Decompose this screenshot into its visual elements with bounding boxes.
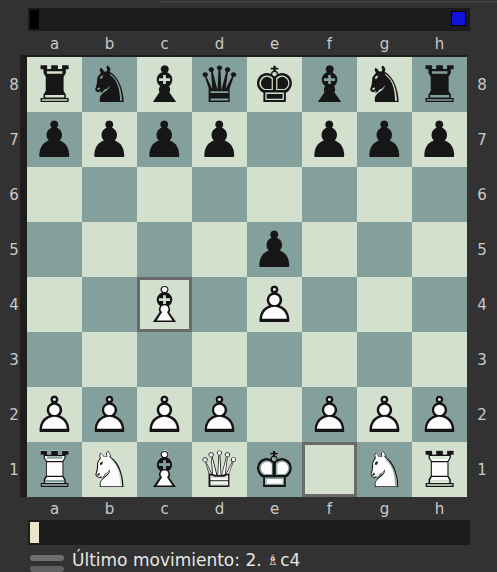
file-label-h: h: [412, 33, 467, 55]
square-a8[interactable]: ♜: [27, 57, 82, 112]
square-d2[interactable]: ♟♙: [192, 387, 247, 442]
square-b4[interactable]: [82, 277, 137, 332]
square-d1[interactable]: ♛♕: [192, 442, 247, 497]
square-e1[interactable]: ♚♔: [247, 442, 302, 497]
square-c2[interactable]: ♟♙: [137, 387, 192, 442]
file-label-h: h: [412, 498, 467, 520]
square-b1[interactable]: ♞♘: [82, 442, 137, 497]
white-pawn: ♟♙: [247, 277, 302, 332]
square-d5[interactable]: [192, 222, 247, 277]
bishop-glyph-icon: ♗: [267, 552, 280, 568]
square-h5[interactable]: [412, 222, 467, 277]
square-h2[interactable]: ♟♙: [412, 387, 467, 442]
rank-label-4: 4: [472, 277, 492, 332]
square-b7[interactable]: ♟: [82, 112, 137, 167]
status-bar: Último movimiento: 2. ♗ c4: [0, 548, 497, 572]
rank-label-8: 8: [472, 57, 492, 112]
black-knight: ♞: [82, 57, 137, 112]
white-pawn: ♟♙: [137, 387, 192, 442]
white-pawn: ♟♙: [302, 387, 357, 442]
square-e7[interactable]: [247, 112, 302, 167]
white-pawn: ♟♙: [27, 387, 82, 442]
file-label-e: e: [247, 498, 302, 520]
square-g2[interactable]: ♟♙: [357, 387, 412, 442]
square-d8[interactable]: ♛: [192, 57, 247, 112]
black-rook: ♜: [412, 57, 467, 112]
black-pawn: ♟: [302, 112, 357, 167]
rank-label-5: 5: [472, 222, 492, 277]
square-f4[interactable]: [302, 277, 357, 332]
black-pawn: ♟: [27, 112, 82, 167]
white-pawn: ♟♙: [192, 387, 247, 442]
top-indicator-bar: [28, 8, 470, 31]
file-label-c: c: [137, 33, 192, 55]
square-c7[interactable]: ♟: [137, 112, 192, 167]
square-a1[interactable]: ♜♖: [27, 442, 82, 497]
square-a4[interactable]: [27, 277, 82, 332]
square-f3[interactable]: [302, 332, 357, 387]
square-e4[interactable]: ♟♙: [247, 277, 302, 332]
square-c1[interactable]: ♝♗: [137, 442, 192, 497]
rank-label-7: 7: [472, 112, 492, 167]
square-e6[interactable]: [247, 167, 302, 222]
square-a2[interactable]: ♟♙: [27, 387, 82, 442]
square-c5[interactable]: [137, 222, 192, 277]
square-d3[interactable]: [192, 332, 247, 387]
square-f2[interactable]: ♟♙: [302, 387, 357, 442]
square-f8[interactable]: ♝: [302, 57, 357, 112]
move-list-icon[interactable]: [30, 555, 64, 572]
square-e2[interactable]: [247, 387, 302, 442]
last-move-square: c4: [280, 550, 300, 570]
white-bishop: ♝♗: [137, 277, 192, 332]
white-rook: ♜♖: [27, 442, 82, 497]
board-shadow-left: [20, 55, 27, 497]
square-b8[interactable]: ♞: [82, 57, 137, 112]
square-g6[interactable]: [357, 167, 412, 222]
file-label-a: a: [27, 498, 82, 520]
square-f1[interactable]: [302, 442, 357, 497]
square-d7[interactable]: ♟: [192, 112, 247, 167]
square-g1[interactable]: ♞♘: [357, 442, 412, 497]
white-queen: ♛♕: [192, 442, 247, 497]
square-h7[interactable]: ♟: [412, 112, 467, 167]
rank-labels-right: 87654321: [472, 57, 492, 497]
black-bishop: ♝: [302, 57, 357, 112]
rank-label-2: 2: [472, 387, 492, 442]
square-b5[interactable]: [82, 222, 137, 277]
white-rook: ♜♖: [412, 442, 467, 497]
square-c3[interactable]: [137, 332, 192, 387]
square-d4[interactable]: [192, 277, 247, 332]
square-e5[interactable]: ♟: [247, 222, 302, 277]
file-label-f: f: [302, 33, 357, 55]
square-g5[interactable]: [357, 222, 412, 277]
file-label-g: g: [357, 498, 412, 520]
file-label-a: a: [27, 33, 82, 55]
white-pawn: ♟♙: [357, 387, 412, 442]
white-pawn: ♟♙: [82, 387, 137, 442]
square-a5[interactable]: [27, 222, 82, 277]
rank-label-1: 1: [472, 442, 492, 497]
square-a7[interactable]: ♟: [27, 112, 82, 167]
square-h8[interactable]: ♜: [412, 57, 467, 112]
black-pawn: ♟: [192, 112, 247, 167]
file-label-e: e: [247, 33, 302, 55]
square-f6[interactable]: [302, 167, 357, 222]
rank-label-3: 3: [472, 332, 492, 387]
white-king: ♚♔: [247, 442, 302, 497]
chess-app-window: abcdefgh 87654321 87654321 ♜♞♝♛♚♝♞♜♟♟♟♟♟…: [0, 0, 497, 572]
square-h1[interactable]: ♜♖: [412, 442, 467, 497]
square-f5[interactable]: [302, 222, 357, 277]
square-a3[interactable]: [27, 332, 82, 387]
blue-indicator: [451, 11, 466, 26]
last-move-text: Último movimiento: 2. ♗ c4: [72, 549, 300, 571]
square-c6[interactable]: [137, 167, 192, 222]
square-h4[interactable]: [412, 277, 467, 332]
square-h3[interactable]: [412, 332, 467, 387]
black-pawn: ♟: [357, 112, 412, 167]
chess-board: ♜♞♝♛♚♝♞♜♟♟♟♟♟♟♟♟♝♗♟♙♟♙♟♙♟♙♟♙♟♙♟♙♟♙♜♖♞♘♝♗…: [27, 57, 467, 497]
square-d6[interactable]: [192, 167, 247, 222]
white-turn-marker: [30, 522, 39, 543]
black-pawn: ♟: [137, 112, 192, 167]
square-h6[interactable]: [412, 167, 467, 222]
black-queen: ♛: [192, 57, 247, 112]
square-b6[interactable]: [82, 167, 137, 222]
square-b3[interactable]: [82, 332, 137, 387]
white-knight: ♞♘: [82, 442, 137, 497]
window-edge-line: [160, 1, 497, 3]
square-e8[interactable]: ♚: [247, 57, 302, 112]
square-c8[interactable]: ♝: [137, 57, 192, 112]
file-labels-bottom: abcdefgh: [27, 498, 467, 520]
bottom-indicator-bar: [28, 520, 470, 545]
file-label-g: g: [357, 33, 412, 55]
square-a6[interactable]: [27, 167, 82, 222]
square-e3[interactable]: [247, 332, 302, 387]
file-labels-top: abcdefgh: [27, 33, 467, 55]
white-pawn: ♟♙: [412, 387, 467, 442]
black-rook: ♜: [27, 57, 82, 112]
black-pawn: ♟: [247, 222, 302, 277]
white-knight: ♞♘: [357, 442, 412, 497]
file-label-c: c: [137, 498, 192, 520]
last-move-label: Último movimiento: 2.: [72, 550, 262, 570]
file-label-f: f: [302, 498, 357, 520]
black-bishop: ♝: [137, 57, 192, 112]
black-turn-marker: [30, 10, 39, 29]
black-pawn: ♟: [412, 112, 467, 167]
square-g3[interactable]: [357, 332, 412, 387]
black-king: ♚: [247, 57, 302, 112]
rank-label-6: 6: [472, 167, 492, 222]
file-label-b: b: [82, 498, 137, 520]
square-f7[interactable]: ♟: [302, 112, 357, 167]
square-g8[interactable]: ♞: [357, 57, 412, 112]
square-b2[interactable]: ♟♙: [82, 387, 137, 442]
white-bishop: ♝♗: [137, 442, 192, 497]
file-label-b: b: [82, 33, 137, 55]
file-label-d: d: [192, 498, 247, 520]
black-knight: ♞: [357, 57, 412, 112]
square-g4[interactable]: [357, 277, 412, 332]
square-c4[interactable]: ♝♗: [137, 277, 192, 332]
file-label-d: d: [192, 33, 247, 55]
black-pawn: ♟: [82, 112, 137, 167]
square-g7[interactable]: ♟: [357, 112, 412, 167]
